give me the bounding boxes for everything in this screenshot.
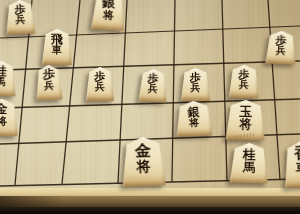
- piece-face: 歩兵: [86, 67, 114, 101]
- koma-body: 歩兵: [86, 67, 114, 101]
- piece-face: 銀将: [175, 100, 212, 136]
- koma-body: 桂馬: [0, 60, 17, 96]
- piece-face: 金将: [0, 99, 18, 137]
- piece-face: 桂馬: [0, 60, 17, 96]
- piece-pawn-file2[interactable]: 歩兵: [35, 65, 62, 101]
- piece-lance[interactable]: 香車: [283, 140, 300, 188]
- piece-pawn-advanced-right[interactable]: 歩兵: [265, 30, 296, 64]
- piece-face: 歩兵: [138, 69, 167, 103]
- piece-pawn-file3[interactable]: 歩兵: [86, 67, 114, 101]
- koma-body: 金将: [121, 136, 166, 186]
- piece-knight-castle[interactable]: 桂馬: [230, 143, 269, 184]
- piece-pawn-advanced-left[interactable]: 歩兵: [5, 0, 35, 34]
- piece-kanji-bottom: 兵: [95, 82, 105, 92]
- piece-kanji-bottom: 車: [52, 45, 62, 55]
- piece-kanji-bottom: 将: [102, 9, 114, 21]
- piece-kanji-bottom: 兵: [148, 84, 158, 95]
- file-line: [172, 0, 175, 182]
- piece-kanji-bottom: 馬: [243, 161, 255, 174]
- piece-kanji-bottom: 将: [189, 118, 199, 129]
- piece-pawn-file4[interactable]: 歩兵: [138, 69, 167, 103]
- koma-body: 銀将: [91, 0, 126, 31]
- piece-knight-left[interactable]: 桂馬: [0, 60, 17, 96]
- piece-kanji-bottom: 兵: [15, 15, 25, 26]
- piece-face: 歩兵: [229, 65, 260, 99]
- koma-body: 歩兵: [265, 30, 296, 64]
- koma-body: 歩兵: [229, 65, 260, 99]
- piece-face: 桂馬: [230, 143, 269, 184]
- piece-pawn-file5[interactable]: 歩兵: [181, 68, 210, 101]
- piece-rook[interactable]: 飛車: [42, 29, 72, 65]
- piece-face: 香車: [283, 140, 300, 188]
- piece-face: 銀将: [91, 0, 126, 31]
- piece-silver-castle[interactable]: 銀将: [175, 100, 212, 136]
- board-front-edge-highlight: [0, 188, 300, 196]
- koma-body: 桂馬: [230, 143, 269, 184]
- shogi-board-photo: 歩兵銀将飛車歩兵桂馬歩兵歩兵歩兵歩兵歩兵金将銀将玉将金将桂馬香車: [0, 0, 300, 214]
- piece-face: 飛車: [42, 29, 72, 65]
- piece-kanji-bottom: 車: [295, 161, 300, 175]
- piece-silver-advanced[interactable]: 銀将: [91, 0, 126, 31]
- piece-kanji-bottom: 兵: [44, 81, 54, 92]
- koma-body: 香車: [283, 140, 300, 188]
- piece-kanji-bottom: 将: [239, 118, 251, 131]
- file-line: [62, 0, 80, 184]
- piece-pawn-file6[interactable]: 歩兵: [229, 65, 260, 99]
- piece-kanji-top: 金: [135, 142, 152, 159]
- piece-face: 歩兵: [265, 30, 296, 64]
- piece-kanji-bottom: 兵: [276, 46, 286, 57]
- koma-body: 銀将: [175, 100, 212, 136]
- piece-gold-left[interactable]: 金将: [0, 99, 18, 137]
- file-line: [222, 0, 227, 181]
- piece-kanji-top: 金: [0, 103, 8, 116]
- piece-face: 歩兵: [35, 65, 62, 101]
- piece-kanji-bottom: 将: [0, 116, 7, 128]
- piece-kanji-bottom: 兵: [191, 83, 201, 93]
- koma-body: 金将: [0, 99, 18, 137]
- koma-body: 歩兵: [138, 69, 167, 103]
- koma-body: 歩兵: [35, 65, 62, 101]
- koma-body: 飛車: [42, 29, 72, 65]
- piece-kanji-bottom: 兵: [239, 80, 249, 90]
- koma-body: 歩兵: [5, 0, 35, 34]
- board-side-face: [0, 196, 300, 207]
- koma-body: 歩兵: [181, 68, 210, 101]
- koma-body: 玉将: [226, 100, 266, 141]
- piece-kanji-bottom: 将: [136, 159, 150, 174]
- piece-king[interactable]: 玉将: [226, 100, 266, 141]
- piece-gold-castle[interactable]: 金将: [121, 136, 166, 186]
- piece-face: 歩兵: [181, 68, 210, 101]
- piece-kanji-top: 香: [294, 145, 300, 161]
- piece-kanji-bottom: 馬: [0, 77, 6, 88]
- table-shadow: [0, 207, 300, 214]
- piece-face: 歩兵: [5, 0, 35, 34]
- piece-face: 金将: [121, 136, 166, 186]
